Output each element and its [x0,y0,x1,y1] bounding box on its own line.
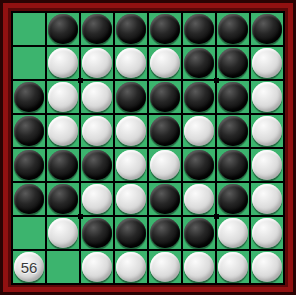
black-disc [218,14,248,44]
black-disc [48,184,78,214]
cell-g4[interactable] [217,115,249,147]
white-disc [252,252,282,282]
move-number-label: 56 [14,252,44,282]
cell-f3[interactable] [183,81,215,113]
black-disc [48,14,78,44]
black-disc [218,150,248,180]
white-disc [82,184,112,214]
board-grid: 56 [11,11,285,285]
cell-c5[interactable] [81,149,113,181]
cell-c6[interactable] [81,183,113,215]
cell-a7[interactable] [13,217,45,249]
cell-f2[interactable] [183,47,215,79]
star-point [214,214,219,219]
cell-b2[interactable] [47,47,79,79]
cell-g7[interactable] [217,217,249,249]
white-disc [252,116,282,146]
white-disc [184,116,214,146]
black-disc [14,150,44,180]
cell-g2[interactable] [217,47,249,79]
black-disc [218,116,248,146]
cell-h5[interactable] [251,149,283,181]
cell-d8[interactable] [115,251,147,283]
cell-f5[interactable] [183,149,215,181]
black-disc [150,14,180,44]
white-disc [48,218,78,248]
cell-e7[interactable] [149,217,181,249]
cell-f7[interactable] [183,217,215,249]
cell-h8[interactable] [251,251,283,283]
black-disc [116,218,146,248]
cell-a6[interactable] [13,183,45,215]
cell-c8[interactable] [81,251,113,283]
cell-c1[interactable] [81,13,113,45]
white-disc [150,150,180,180]
cell-e5[interactable] [149,149,181,181]
cell-h6[interactable] [251,183,283,215]
cell-b5[interactable] [47,149,79,181]
cell-d4[interactable] [115,115,147,147]
black-disc [48,150,78,180]
white-disc [48,82,78,112]
cell-b1[interactable] [47,13,79,45]
last-move-disc: 56 [14,252,44,282]
white-disc [218,252,248,282]
cell-f6[interactable] [183,183,215,215]
black-disc [14,82,44,112]
black-disc [82,14,112,44]
black-disc [184,14,214,44]
white-disc [82,82,112,112]
white-disc [116,184,146,214]
white-disc [184,184,214,214]
black-disc [252,14,282,44]
cell-f8[interactable] [183,251,215,283]
white-disc [116,116,146,146]
white-disc [150,252,180,282]
cell-a2[interactable] [13,47,45,79]
black-disc [218,184,248,214]
cell-d6[interactable] [115,183,147,215]
star-point [78,78,83,83]
black-disc [218,82,248,112]
cell-c2[interactable] [81,47,113,79]
cell-d5[interactable] [115,149,147,181]
cell-h7[interactable] [251,217,283,249]
white-disc [48,48,78,78]
cell-c4[interactable] [81,115,113,147]
cell-f1[interactable] [183,13,215,45]
black-disc [184,150,214,180]
black-disc [150,184,180,214]
white-disc [116,252,146,282]
white-disc [184,252,214,282]
cell-b4[interactable] [47,115,79,147]
board-frame-outer: 56 [0,0,296,295]
cell-c7[interactable] [81,217,113,249]
cell-a8[interactable]: 56 [13,251,45,283]
black-disc [150,82,180,112]
cell-b3[interactable] [47,81,79,113]
black-disc [150,218,180,248]
star-point [214,78,219,83]
cell-a3[interactable] [13,81,45,113]
black-disc [150,116,180,146]
cell-g5[interactable] [217,149,249,181]
cell-e1[interactable] [149,13,181,45]
white-disc [218,218,248,248]
cell-a1[interactable] [13,13,45,45]
white-disc [252,150,282,180]
cell-d2[interactable] [115,47,147,79]
cell-d1[interactable] [115,13,147,45]
black-disc [184,218,214,248]
cell-a4[interactable] [13,115,45,147]
black-disc [184,82,214,112]
white-disc [150,48,180,78]
white-disc [82,48,112,78]
cell-a5[interactable] [13,149,45,181]
cell-e6[interactable] [149,183,181,215]
cell-h2[interactable] [251,47,283,79]
white-disc [82,116,112,146]
cell-c3[interactable] [81,81,113,113]
white-disc [252,218,282,248]
cell-b7[interactable] [47,217,79,249]
cell-e8[interactable] [149,251,181,283]
white-disc [48,116,78,146]
cell-h3[interactable] [251,81,283,113]
white-disc [252,82,282,112]
cell-h1[interactable] [251,13,283,45]
black-disc [218,48,248,78]
white-disc [116,150,146,180]
white-disc [252,48,282,78]
black-disc [14,116,44,146]
cell-f4[interactable] [183,115,215,147]
cell-h4[interactable] [251,115,283,147]
white-disc [82,252,112,282]
black-disc [14,184,44,214]
black-disc [184,48,214,78]
black-disc [82,150,112,180]
cell-e2[interactable] [149,47,181,79]
cell-g3[interactable] [217,81,249,113]
board-frame-inner: 56 [8,8,288,287]
cell-b8[interactable] [47,251,79,283]
black-disc [116,14,146,44]
black-disc [116,82,146,112]
cell-g1[interactable] [217,13,249,45]
cell-d3[interactable] [115,81,147,113]
cell-g6[interactable] [217,183,249,215]
cell-d7[interactable] [115,217,147,249]
cell-e4[interactable] [149,115,181,147]
black-disc [82,218,112,248]
star-point [78,214,83,219]
cell-b6[interactable] [47,183,79,215]
board-frame-bright: 56 [3,3,293,292]
white-disc [116,48,146,78]
cell-g8[interactable] [217,251,249,283]
cell-e3[interactable] [149,81,181,113]
white-disc [252,184,282,214]
